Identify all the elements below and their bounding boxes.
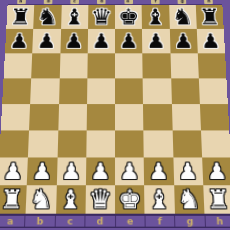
chess-board: abcdefgh ♜♞♝♛♚♝♞♜♟♟♟♟♟♟♟♟♟♟♟♟♟♟♟♟♜♞♝♛♚♝♞…: [0, 0, 230, 228]
square-h1[interactable]: ♜: [203, 185, 230, 213]
square-f7[interactable]: ♟: [142, 29, 170, 53]
piece-black-pawn[interactable]: ♟: [119, 29, 138, 53]
rank-row-2: ♟♟♟♟♟♟♟♟: [0, 157, 230, 185]
file-label-bottom-c: c: [54, 216, 84, 227]
rank-row-7: ♟♟♟♟♟♟♟♟: [5, 29, 225, 53]
square-d6[interactable]: [87, 53, 115, 78]
square-f8[interactable]: ♝: [142, 5, 170, 29]
square-c2[interactable]: ♟: [56, 157, 86, 185]
square-h3[interactable]: [201, 130, 230, 157]
piece-black-bishop[interactable]: ♝: [63, 5, 85, 29]
rank-row-5: [2, 78, 228, 104]
square-c1[interactable]: ♝: [56, 185, 86, 213]
piece-black-queen[interactable]: ♛: [91, 5, 113, 29]
piece-black-pawn[interactable]: ♟: [173, 29, 193, 53]
square-b3[interactable]: [28, 130, 58, 157]
piece-white-bishop[interactable]: ♝: [147, 185, 171, 213]
piece-white-pawn[interactable]: ♟: [2, 157, 24, 185]
square-f2[interactable]: ♟: [144, 157, 174, 185]
piece-black-pawn[interactable]: ♟: [92, 29, 111, 53]
square-h4[interactable]: [200, 104, 230, 130]
square-h2[interactable]: ♟: [202, 157, 230, 185]
square-g4[interactable]: [171, 104, 200, 130]
square-b7[interactable]: ♟: [32, 29, 60, 53]
square-g7[interactable]: ♟: [169, 29, 197, 53]
square-d7[interactable]: ♟: [87, 29, 115, 53]
piece-black-pawn[interactable]: ♟: [201, 29, 221, 53]
square-e3[interactable]: [115, 130, 144, 157]
square-c3[interactable]: [57, 130, 86, 157]
square-f4[interactable]: [143, 104, 172, 130]
rank-row-3: [0, 130, 230, 157]
square-h8[interactable]: ♜: [196, 5, 224, 29]
piece-white-pawn[interactable]: ♟: [177, 157, 198, 185]
square-g5[interactable]: [171, 78, 200, 104]
square-e7[interactable]: ♟: [115, 29, 143, 53]
piece-white-king[interactable]: ♚: [118, 185, 142, 213]
piece-black-pawn[interactable]: ♟: [64, 29, 84, 53]
file-label-bottom-e: e: [114, 216, 144, 227]
square-c8[interactable]: ♝: [61, 5, 89, 29]
square-h6[interactable]: [198, 53, 227, 78]
square-a2[interactable]: ♟: [0, 157, 28, 185]
square-b6[interactable]: [31, 53, 60, 78]
piece-black-pawn[interactable]: ♟: [37, 29, 57, 53]
square-d3[interactable]: [86, 130, 115, 157]
square-e1[interactable]: ♚: [115, 185, 145, 213]
piece-black-knight[interactable]: ♞: [36, 5, 58, 29]
square-a1[interactable]: ♜: [0, 185, 27, 213]
piece-black-rook[interactable]: ♜: [198, 5, 221, 29]
piece-white-rook[interactable]: ♜: [206, 185, 230, 213]
square-c6[interactable]: [59, 53, 87, 78]
piece-black-pawn[interactable]: ♟: [9, 29, 29, 53]
piece-black-bishop[interactable]: ♝: [145, 5, 167, 29]
square-c5[interactable]: [59, 78, 88, 104]
square-g6[interactable]: [170, 53, 199, 78]
file-labels-bottom: abcdefgh: [0, 214, 230, 228]
file-label-bottom-a: a: [0, 216, 25, 227]
square-b4[interactable]: [29, 104, 58, 130]
square-c4[interactable]: [58, 104, 87, 130]
square-e5[interactable]: [115, 78, 143, 104]
chess-game-view: abcdefgh ♜♞♝♛♚♝♞♜♟♟♟♟♟♟♟♟♟♟♟♟♟♟♟♟♜♞♝♛♚♝♞…: [0, 0, 230, 230]
piece-white-pawn[interactable]: ♟: [31, 157, 52, 185]
piece-white-rook[interactable]: ♜: [0, 185, 24, 213]
square-b5[interactable]: [30, 78, 59, 104]
square-e6[interactable]: [115, 53, 143, 78]
square-e2[interactable]: ♟: [115, 157, 144, 185]
square-a3[interactable]: [0, 130, 29, 157]
piece-white-bishop[interactable]: ♝: [59, 185, 83, 213]
piece-white-pawn[interactable]: ♟: [148, 157, 169, 185]
square-b1[interactable]: ♞: [26, 185, 57, 213]
square-f6[interactable]: [143, 53, 171, 78]
square-b2[interactable]: ♟: [27, 157, 57, 185]
square-c7[interactable]: ♟: [60, 29, 88, 53]
square-a4[interactable]: [1, 104, 31, 130]
square-h5[interactable]: [199, 78, 228, 104]
rank-row-8: ♜♞♝♛♚♝♞♜: [6, 5, 223, 29]
rank-row-6: [4, 53, 227, 78]
square-d5[interactable]: [87, 78, 115, 104]
piece-white-pawn[interactable]: ♟: [119, 157, 140, 185]
piece-black-rook[interactable]: ♜: [9, 5, 32, 29]
piece-black-pawn[interactable]: ♟: [146, 29, 166, 53]
piece-white-pawn[interactable]: ♟: [61, 157, 82, 185]
square-f5[interactable]: [143, 78, 172, 104]
square-d8[interactable]: ♛: [88, 5, 115, 29]
square-d2[interactable]: ♟: [86, 157, 115, 185]
square-d4[interactable]: [86, 104, 115, 130]
board-squares: ♜♞♝♛♚♝♞♜♟♟♟♟♟♟♟♟♟♟♟♟♟♟♟♟♜♞♝♛♚♝♞♜: [0, 5, 230, 214]
square-b8[interactable]: ♞: [33, 5, 61, 29]
square-h7[interactable]: ♟: [197, 29, 226, 53]
piece-white-queen[interactable]: ♛: [88, 185, 112, 213]
piece-white-knight[interactable]: ♞: [177, 185, 201, 213]
file-label-bottom-f: f: [144, 216, 174, 227]
square-g2[interactable]: ♟: [173, 157, 203, 185]
square-d1[interactable]: ♛: [85, 185, 115, 213]
square-g3[interactable]: [172, 130, 202, 157]
square-a6[interactable]: [4, 53, 33, 78]
square-g1[interactable]: ♞: [174, 185, 205, 213]
square-g8[interactable]: ♞: [169, 5, 197, 29]
file-label-bottom-g: g: [174, 216, 204, 227]
piece-black-knight[interactable]: ♞: [171, 5, 193, 29]
square-f3[interactable]: [144, 130, 173, 157]
file-label-bottom-b: b: [24, 216, 54, 227]
square-f1[interactable]: ♝: [144, 185, 174, 213]
rank-row-1: ♜♞♝♛♚♝♞♜: [0, 185, 230, 213]
file-label-bottom-h: h: [204, 216, 230, 227]
piece-black-king[interactable]: ♚: [118, 5, 140, 29]
piece-white-pawn[interactable]: ♟: [206, 157, 228, 185]
square-e8[interactable]: ♚: [115, 5, 142, 29]
piece-white-pawn[interactable]: ♟: [90, 157, 111, 185]
square-a5[interactable]: [2, 78, 31, 104]
rank-row-4: [1, 104, 230, 130]
file-label-bottom-d: d: [84, 216, 114, 227]
piece-white-knight[interactable]: ♞: [29, 185, 53, 213]
square-a7[interactable]: ♟: [5, 29, 34, 53]
square-a8[interactable]: ♜: [6, 5, 34, 29]
square-e4[interactable]: [115, 104, 144, 130]
